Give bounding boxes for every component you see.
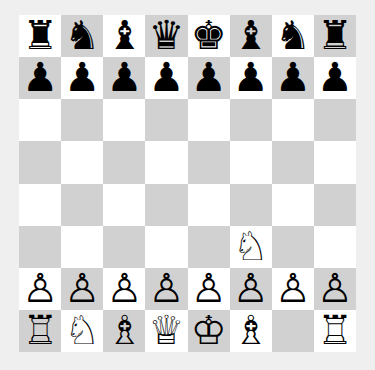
square-c5[interactable] [103, 141, 145, 183]
square-a3[interactable] [19, 226, 61, 268]
square-h4[interactable] [314, 184, 356, 226]
square-g8[interactable]: ♞ [272, 15, 314, 57]
page-background: ♜♞♝♛♚♝♞♜♟♟♟♟♟♟♟♟♘♙♙♙♙♙♙♙♙♖♘♗♕♔♗♖ [0, 0, 375, 370]
square-b3[interactable] [61, 226, 103, 268]
black-pawn-piece[interactable]: ♟ [275, 57, 311, 97]
square-g2[interactable]: ♙ [272, 268, 314, 310]
black-king-piece[interactable]: ♚ [191, 15, 227, 55]
square-d4[interactable] [145, 184, 187, 226]
square-b6[interactable] [61, 99, 103, 141]
square-e8[interactable]: ♚ [188, 15, 230, 57]
white-knight-piece[interactable]: ♘ [233, 226, 269, 266]
square-d8[interactable]: ♛ [145, 15, 187, 57]
square-h6[interactable] [314, 99, 356, 141]
square-g5[interactable] [272, 141, 314, 183]
square-c3[interactable] [103, 226, 145, 268]
black-pawn-piece[interactable]: ♟ [317, 57, 353, 97]
square-h7[interactable]: ♟ [314, 57, 356, 99]
black-bishop-piece[interactable]: ♝ [106, 15, 142, 55]
square-g4[interactable] [272, 184, 314, 226]
square-f3[interactable]: ♘ [230, 226, 272, 268]
square-a8[interactable]: ♜ [19, 15, 61, 57]
square-f4[interactable] [230, 184, 272, 226]
white-queen-piece[interactable]: ♕ [149, 310, 185, 350]
white-king-piece[interactable]: ♔ [191, 310, 227, 350]
square-c6[interactable] [103, 99, 145, 141]
white-bishop-piece[interactable]: ♗ [106, 310, 142, 350]
square-f5[interactable] [230, 141, 272, 183]
white-pawn-piece[interactable]: ♙ [233, 268, 269, 308]
square-b1[interactable]: ♘ [61, 310, 103, 352]
square-a5[interactable] [19, 141, 61, 183]
black-pawn-piece[interactable]: ♟ [191, 57, 227, 97]
black-pawn-piece[interactable]: ♟ [149, 57, 185, 97]
square-e5[interactable] [188, 141, 230, 183]
square-d5[interactable] [145, 141, 187, 183]
square-c8[interactable]: ♝ [103, 15, 145, 57]
square-a6[interactable] [19, 99, 61, 141]
square-a4[interactable] [19, 184, 61, 226]
black-queen-piece[interactable]: ♛ [149, 15, 185, 55]
white-knight-piece[interactable]: ♘ [64, 310, 100, 350]
square-d3[interactable] [145, 226, 187, 268]
square-g6[interactable] [272, 99, 314, 141]
square-e6[interactable] [188, 99, 230, 141]
square-e3[interactable] [188, 226, 230, 268]
square-g3[interactable] [272, 226, 314, 268]
square-d1[interactable]: ♕ [145, 310, 187, 352]
white-pawn-piece[interactable]: ♙ [275, 268, 311, 308]
square-f7[interactable]: ♟ [230, 57, 272, 99]
square-h1[interactable]: ♖ [314, 310, 356, 352]
square-b4[interactable] [61, 184, 103, 226]
square-b2[interactable]: ♙ [61, 268, 103, 310]
square-f8[interactable]: ♝ [230, 15, 272, 57]
black-bishop-piece[interactable]: ♝ [233, 15, 269, 55]
square-d6[interactable] [145, 99, 187, 141]
black-rook-piece[interactable]: ♜ [317, 15, 353, 55]
square-a2[interactable]: ♙ [19, 268, 61, 310]
square-b8[interactable]: ♞ [61, 15, 103, 57]
square-c1[interactable]: ♗ [103, 310, 145, 352]
square-h3[interactable] [314, 226, 356, 268]
white-bishop-piece[interactable]: ♗ [233, 310, 269, 350]
white-pawn-piece[interactable]: ♙ [22, 268, 58, 308]
chess-board: ♜♞♝♛♚♝♞♜♟♟♟♟♟♟♟♟♘♙♙♙♙♙♙♙♙♖♘♗♕♔♗♖ [19, 15, 356, 352]
square-h5[interactable] [314, 141, 356, 183]
black-knight-piece[interactable]: ♞ [275, 15, 311, 55]
square-f6[interactable] [230, 99, 272, 141]
square-a1[interactable]: ♖ [19, 310, 61, 352]
black-knight-piece[interactable]: ♞ [64, 15, 100, 55]
square-g7[interactable]: ♟ [272, 57, 314, 99]
square-e7[interactable]: ♟ [188, 57, 230, 99]
square-a7[interactable]: ♟ [19, 57, 61, 99]
white-pawn-piece[interactable]: ♙ [64, 268, 100, 308]
square-d7[interactable]: ♟ [145, 57, 187, 99]
square-h8[interactable]: ♜ [314, 15, 356, 57]
square-e4[interactable] [188, 184, 230, 226]
white-pawn-piece[interactable]: ♙ [106, 268, 142, 308]
black-pawn-piece[interactable]: ♟ [22, 57, 58, 97]
square-e2[interactable]: ♙ [188, 268, 230, 310]
white-pawn-piece[interactable]: ♙ [191, 268, 227, 308]
square-c4[interactable] [103, 184, 145, 226]
square-f2[interactable]: ♙ [230, 268, 272, 310]
square-g1[interactable] [272, 310, 314, 352]
white-rook-piece[interactable]: ♖ [317, 310, 353, 350]
square-c7[interactable]: ♟ [103, 57, 145, 99]
square-f1[interactable]: ♗ [230, 310, 272, 352]
black-pawn-piece[interactable]: ♟ [233, 57, 269, 97]
square-e1[interactable]: ♔ [188, 310, 230, 352]
white-pawn-piece[interactable]: ♙ [149, 268, 185, 308]
square-h2[interactable]: ♙ [314, 268, 356, 310]
white-rook-piece[interactable]: ♖ [22, 310, 58, 350]
black-pawn-piece[interactable]: ♟ [106, 57, 142, 97]
white-pawn-piece[interactable]: ♙ [317, 268, 353, 308]
square-b5[interactable] [61, 141, 103, 183]
square-c2[interactable]: ♙ [103, 268, 145, 310]
black-rook-piece[interactable]: ♜ [22, 15, 58, 55]
black-pawn-piece[interactable]: ♟ [64, 57, 100, 97]
square-d2[interactable]: ♙ [145, 268, 187, 310]
square-b7[interactable]: ♟ [61, 57, 103, 99]
